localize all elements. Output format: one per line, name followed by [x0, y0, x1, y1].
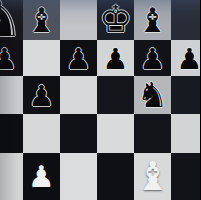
board-square[interactable]: ♟: [23, 76, 60, 114]
board-square[interactable]: [60, 153, 97, 200]
board-square[interactable]: [23, 114, 60, 153]
board-square[interactable]: ♟: [97, 40, 134, 76]
white-bishop-piece[interactable]: ♝: [135, 156, 171, 196]
board-square[interactable]: ♝: [23, 0, 60, 40]
board-square[interactable]: [97, 114, 134, 153]
board-square[interactable]: [60, 114, 97, 153]
black-pawn-piece[interactable]: ♟: [29, 82, 55, 111]
board-square[interactable]: [171, 153, 200, 200]
black-knight-piece[interactable]: ♞: [137, 78, 168, 113]
board-square[interactable]: ♝: [134, 0, 171, 40]
board-square[interactable]: [171, 76, 200, 114]
board-square[interactable]: [97, 153, 134, 200]
black-pawn-piece[interactable]: ♟: [103, 45, 129, 74]
board-square[interactable]: ♞: [0, 0, 23, 40]
board-square[interactable]: ♟: [0, 40, 23, 76]
board-square[interactable]: ♟: [171, 40, 200, 76]
board-square[interactable]: [134, 114, 171, 153]
board-square[interactable]: [171, 0, 200, 40]
black-bishop-piece[interactable]: ♝: [26, 3, 56, 37]
board-square[interactable]: ♝: [134, 153, 171, 200]
black-bishop-piece[interactable]: ♝: [137, 3, 167, 37]
board-square[interactable]: ♚: [97, 0, 134, 40]
black-pawn-piece[interactable]: ♟: [140, 45, 166, 74]
board-grid: ♞♝♚♝♟♟♟♟♟♟♞♟♝: [0, 0, 200, 200]
black-king-piece[interactable]: ♚: [99, 1, 132, 38]
board-square[interactable]: [171, 114, 200, 153]
board-square[interactable]: ♟: [60, 40, 97, 76]
board-square[interactable]: [97, 76, 134, 114]
black-pawn-piece[interactable]: ♟: [0, 45, 18, 74]
board-square[interactable]: [0, 114, 23, 153]
board-square[interactable]: ♞: [134, 76, 171, 114]
board-square[interactable]: ♟: [134, 40, 171, 76]
black-pawn-piece[interactable]: ♟: [177, 45, 201, 74]
cut-off-black-piece[interactable]: ♞: [0, 0, 23, 44]
board-square[interactable]: [0, 76, 23, 114]
board-square[interactable]: [60, 0, 97, 40]
board-square[interactable]: [0, 153, 23, 200]
board-square[interactable]: [60, 76, 97, 114]
board-square[interactable]: ♟: [23, 153, 60, 200]
chessboard: ♞♝♚♝♟♟♟♟♟♟♞♟♝: [0, 0, 200, 200]
board-square[interactable]: [23, 40, 60, 76]
white-pawn-piece[interactable]: ♟: [28, 162, 55, 192]
black-pawn-piece[interactable]: ♟: [66, 45, 92, 74]
